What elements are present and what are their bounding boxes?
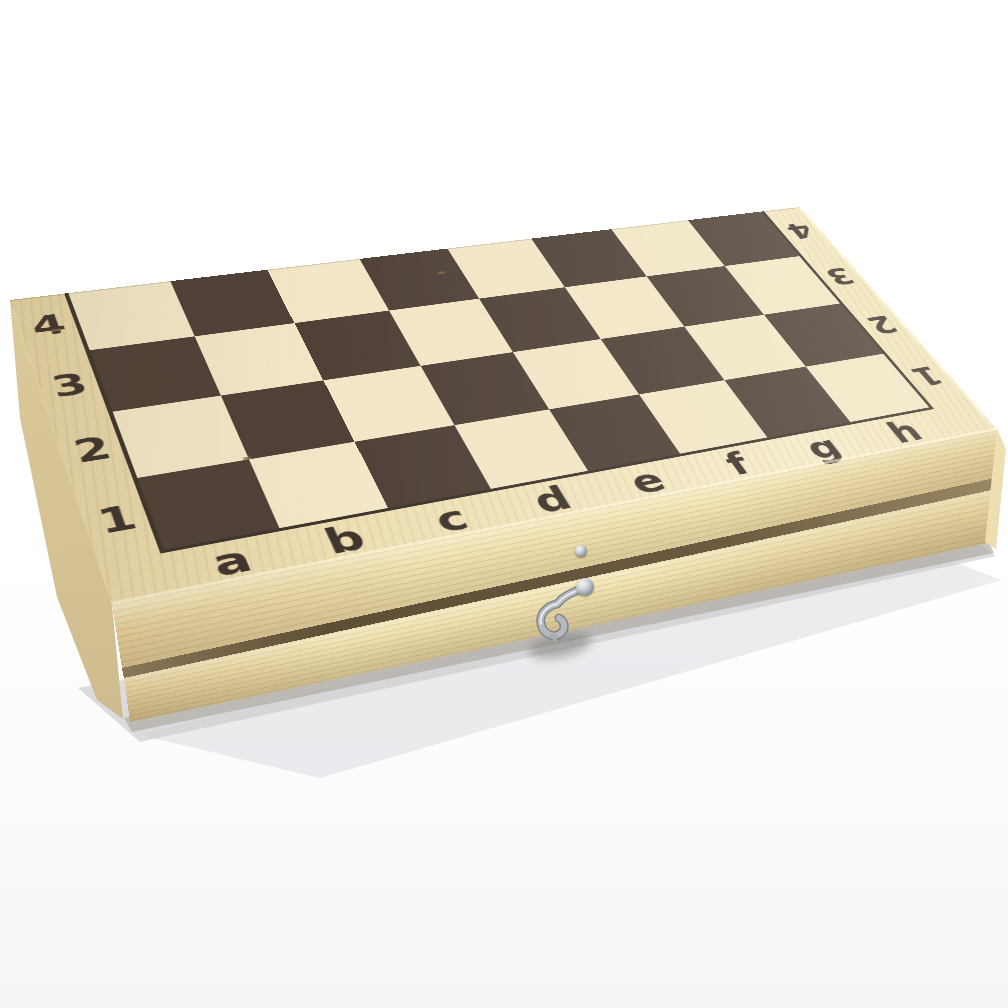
chess-box-photo: 4321 4321 abcdefgh: [0, 0, 1008, 1008]
latch-hook: [526, 566, 606, 658]
latch-screw-upper: [575, 545, 587, 557]
latch-pivot-screw: [576, 578, 594, 596]
